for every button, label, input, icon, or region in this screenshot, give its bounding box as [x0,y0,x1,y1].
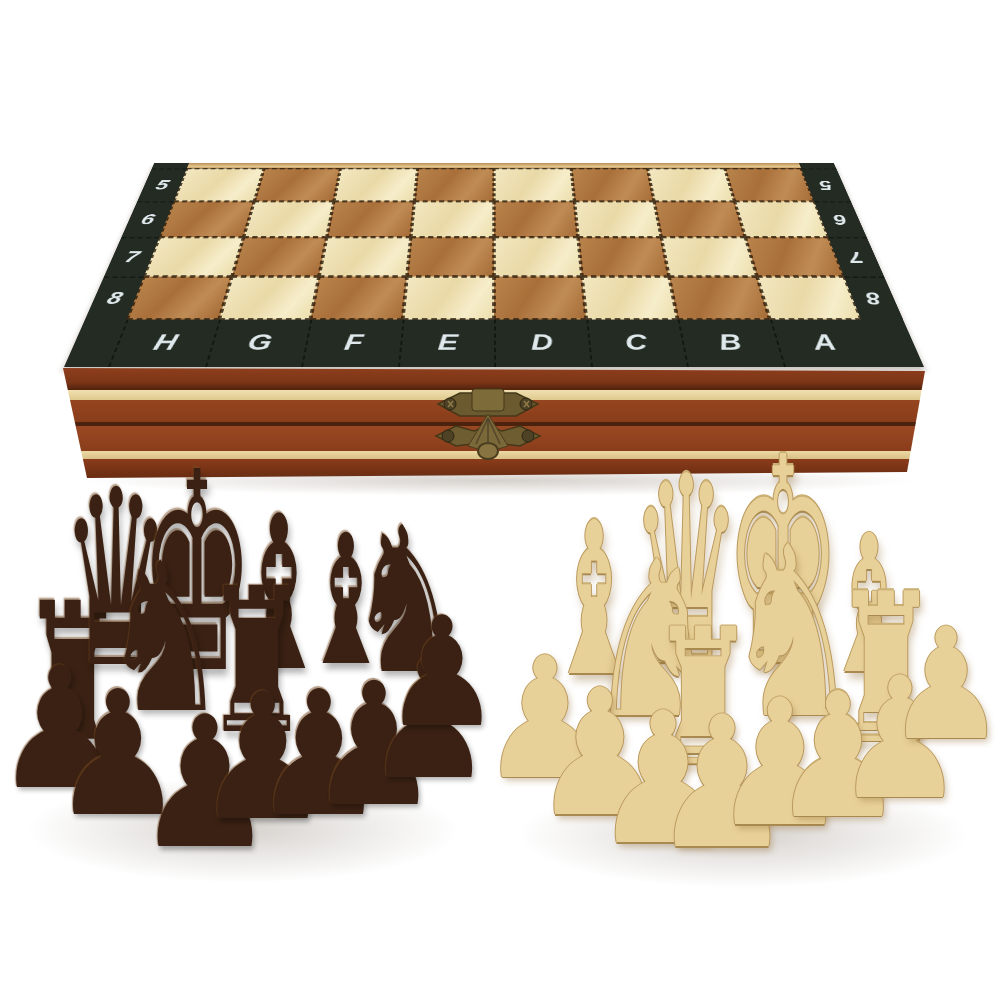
square-a6 [734,201,828,237]
square-b6 [654,201,745,237]
brass-clasp [430,384,546,464]
square-g8 [219,277,319,320]
square-b7 [661,237,756,276]
square-g6 [243,201,334,237]
square-f5 [334,168,417,201]
square-d6 [494,201,578,237]
light-pawn-15: ♟ [886,608,1000,762]
square-e7 [406,237,494,276]
board-grid: 55667788HGFEDCBA [64,163,924,367]
file-label-D: D [494,320,591,367]
square-g7 [231,237,326,276]
square-d8 [494,277,586,320]
square-b5 [648,168,735,201]
square-h7 [144,237,243,276]
square-f8 [310,277,406,320]
square-c8 [582,277,678,320]
square-e6 [410,201,494,237]
square-a5 [724,168,814,201]
square-d5 [494,168,574,201]
square-a7 [745,237,844,276]
square-f6 [327,201,414,237]
square-c6 [574,201,661,237]
square-h8 [127,277,232,320]
product-photo-scene: 55667788HGFEDCBA ♜♛♚♝♞♜♝♞♟♟♟♟♟♟♟♟♝♛♚♞♞♝ [0,0,1000,1000]
square-f7 [319,237,410,276]
file-label-C: C [586,320,687,367]
square-e5 [414,168,494,201]
square-c7 [578,237,669,276]
square-g5 [254,168,341,201]
file-label-F: F [301,320,402,367]
file-label-B: B [678,320,784,367]
file-label-G: G [205,320,311,367]
file-label-E: E [398,320,495,367]
square-b8 [669,277,769,320]
square-c5 [571,168,654,201]
square-h5 [174,168,264,201]
board-perspective-wrap: 55667788HGFEDCBA [64,15,924,367]
file-label-H: H [108,320,219,367]
square-e8 [402,277,494,320]
square-h6 [160,201,254,237]
square-a8 [757,277,862,320]
square-d7 [494,237,582,276]
